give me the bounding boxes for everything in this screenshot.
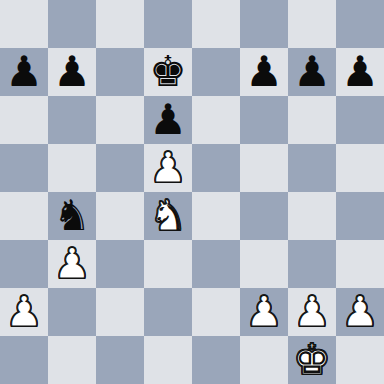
square-g2[interactable]: ♟ — [288, 288, 336, 336]
square-e8[interactable] — [192, 0, 240, 48]
black-knight[interactable]: ♞ — [53, 192, 91, 240]
white-pawn[interactable]: ♟ — [5, 288, 43, 336]
square-e5[interactable] — [192, 144, 240, 192]
square-h2[interactable]: ♟ — [336, 288, 384, 336]
square-c7[interactable] — [96, 48, 144, 96]
square-c4[interactable] — [96, 192, 144, 240]
square-f2[interactable]: ♟ — [240, 288, 288, 336]
square-e6[interactable] — [192, 96, 240, 144]
square-e1[interactable] — [192, 336, 240, 384]
square-b1[interactable] — [48, 336, 96, 384]
square-a1[interactable] — [0, 336, 48, 384]
square-h5[interactable] — [336, 144, 384, 192]
square-f7[interactable]: ♟ — [240, 48, 288, 96]
square-b7[interactable]: ♟ — [48, 48, 96, 96]
black-pawn[interactable]: ♟ — [245, 48, 283, 96]
square-f6[interactable] — [240, 96, 288, 144]
square-e7[interactable] — [192, 48, 240, 96]
black-pawn[interactable]: ♟ — [53, 48, 91, 96]
square-b3[interactable]: ♟ — [48, 240, 96, 288]
square-d7[interactable]: ♚ — [144, 48, 192, 96]
square-h4[interactable] — [336, 192, 384, 240]
chess-board: ♟♟♚♟♟♟♟♟♞♞♟♟♟♟♟♚ — [0, 0, 384, 384]
square-c8[interactable] — [96, 0, 144, 48]
white-pawn[interactable]: ♟ — [341, 288, 379, 336]
black-king[interactable]: ♚ — [149, 48, 187, 96]
white-king[interactable]: ♚ — [293, 336, 331, 384]
square-d3[interactable] — [144, 240, 192, 288]
square-h6[interactable] — [336, 96, 384, 144]
white-pawn[interactable]: ♟ — [149, 144, 187, 192]
square-b6[interactable] — [48, 96, 96, 144]
square-d6[interactable]: ♟ — [144, 96, 192, 144]
square-f4[interactable] — [240, 192, 288, 240]
black-pawn[interactable]: ♟ — [149, 96, 187, 144]
square-g6[interactable] — [288, 96, 336, 144]
square-h1[interactable] — [336, 336, 384, 384]
square-g7[interactable]: ♟ — [288, 48, 336, 96]
square-b4[interactable]: ♞ — [48, 192, 96, 240]
square-g1[interactable]: ♚ — [288, 336, 336, 384]
square-g8[interactable] — [288, 0, 336, 48]
square-c3[interactable] — [96, 240, 144, 288]
square-e2[interactable] — [192, 288, 240, 336]
square-c5[interactable] — [96, 144, 144, 192]
square-h7[interactable]: ♟ — [336, 48, 384, 96]
square-g5[interactable] — [288, 144, 336, 192]
square-d4[interactable]: ♞ — [144, 192, 192, 240]
square-b2[interactable] — [48, 288, 96, 336]
square-c6[interactable] — [96, 96, 144, 144]
square-f3[interactable] — [240, 240, 288, 288]
black-pawn[interactable]: ♟ — [5, 48, 43, 96]
square-h3[interactable] — [336, 240, 384, 288]
square-a5[interactable] — [0, 144, 48, 192]
square-g3[interactable] — [288, 240, 336, 288]
square-g4[interactable] — [288, 192, 336, 240]
square-e3[interactable] — [192, 240, 240, 288]
square-a8[interactable] — [0, 0, 48, 48]
black-pawn[interactable]: ♟ — [293, 48, 331, 96]
square-h8[interactable] — [336, 0, 384, 48]
square-d8[interactable] — [144, 0, 192, 48]
white-knight[interactable]: ♞ — [149, 192, 187, 240]
square-f8[interactable] — [240, 0, 288, 48]
square-a2[interactable]: ♟ — [0, 288, 48, 336]
square-b8[interactable] — [48, 0, 96, 48]
white-pawn[interactable]: ♟ — [293, 288, 331, 336]
square-f5[interactable] — [240, 144, 288, 192]
square-d5[interactable]: ♟ — [144, 144, 192, 192]
square-a6[interactable] — [0, 96, 48, 144]
square-b5[interactable] — [48, 144, 96, 192]
white-pawn[interactable]: ♟ — [53, 240, 91, 288]
square-d1[interactable] — [144, 336, 192, 384]
square-c2[interactable] — [96, 288, 144, 336]
white-pawn[interactable]: ♟ — [245, 288, 283, 336]
square-a4[interactable] — [0, 192, 48, 240]
square-a7[interactable]: ♟ — [0, 48, 48, 96]
square-c1[interactable] — [96, 336, 144, 384]
square-a3[interactable] — [0, 240, 48, 288]
square-e4[interactable] — [192, 192, 240, 240]
square-f1[interactable] — [240, 336, 288, 384]
square-d2[interactable] — [144, 288, 192, 336]
black-pawn[interactable]: ♟ — [341, 48, 379, 96]
